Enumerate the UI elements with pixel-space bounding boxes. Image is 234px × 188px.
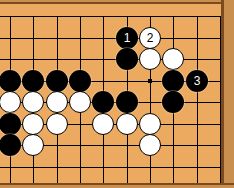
stone-white[interactable] [0, 91, 21, 113]
stone-white[interactable] [22, 113, 44, 135]
stone-black-move-3[interactable]: 3 [186, 70, 208, 92]
stone-white-move-2[interactable]: 2 [139, 27, 161, 49]
stone-white[interactable] [139, 48, 161, 70]
stone-white[interactable] [92, 113, 114, 135]
board-edge-bottom-outer [0, 185, 234, 188]
grid-line-vertical [197, 16, 198, 184]
move-number-label: 1 [124, 32, 131, 44]
board-edge-top [0, 2, 234, 4]
stone-white[interactable] [139, 113, 161, 135]
stone-black[interactable] [0, 70, 21, 92]
stone-white[interactable] [46, 113, 68, 135]
stone-black[interactable] [0, 113, 21, 135]
stone-black[interactable] [0, 134, 21, 156]
stone-black[interactable] [92, 91, 114, 113]
board-edge-right [221, 0, 224, 188]
stone-black[interactable] [22, 70, 44, 92]
stone-white[interactable] [116, 113, 138, 135]
go-board[interactable]: 123 [0, 0, 234, 188]
stone-white[interactable] [69, 91, 91, 113]
stone-white[interactable] [22, 91, 44, 113]
star-point [148, 79, 152, 83]
move-number-label: 2 [147, 32, 154, 44]
stone-black[interactable] [116, 91, 138, 113]
stone-white[interactable] [162, 48, 184, 70]
move-number-label: 3 [194, 75, 201, 87]
stone-black[interactable] [46, 70, 68, 92]
stone-black[interactable] [162, 91, 184, 113]
stone-black-move-1[interactable]: 1 [116, 27, 138, 49]
stone-white[interactable] [22, 134, 44, 156]
stone-black[interactable] [162, 70, 184, 92]
stone-black[interactable] [116, 48, 138, 70]
stone-white[interactable] [139, 134, 161, 156]
stone-white[interactable] [46, 91, 68, 113]
stone-black[interactable] [69, 70, 91, 92]
board-edge-right-outer [224, 0, 234, 188]
